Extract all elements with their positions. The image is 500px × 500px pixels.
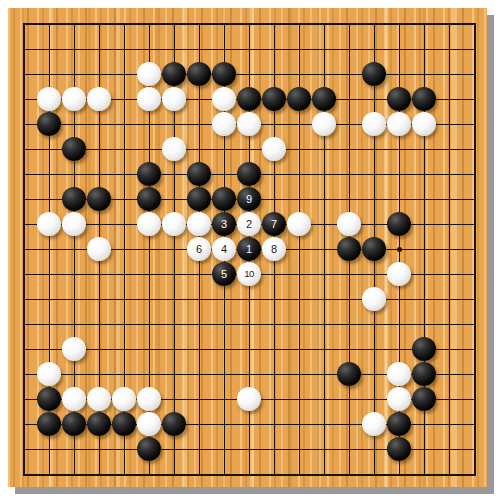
stone-white xyxy=(387,112,411,136)
stone-white xyxy=(212,112,236,136)
stone-black xyxy=(212,187,236,211)
stone-black xyxy=(37,112,61,136)
move-number: 7 xyxy=(271,219,277,230)
stone-black xyxy=(387,212,411,236)
stone-white xyxy=(362,412,386,436)
stone-black xyxy=(237,162,261,186)
stone-black xyxy=(137,162,161,186)
stone-white xyxy=(137,387,161,411)
stone-black-move-3: 3 xyxy=(212,212,236,236)
stone-black xyxy=(412,87,436,111)
stone-white xyxy=(37,87,61,111)
stone-black xyxy=(237,87,261,111)
stone-black-move-7: 7 xyxy=(262,212,286,236)
stone-white xyxy=(137,62,161,86)
stone-white xyxy=(137,87,161,111)
move-number: 4 xyxy=(221,244,227,255)
stone-black xyxy=(162,62,186,86)
stone-white xyxy=(237,112,261,136)
stone-white xyxy=(37,362,61,386)
stone-black-move-1: 1 xyxy=(237,237,261,261)
stone-white xyxy=(212,87,236,111)
stone-black xyxy=(212,62,236,86)
stone-black-move-5: 5 xyxy=(212,262,236,286)
stone-white xyxy=(62,87,86,111)
stone-black xyxy=(37,387,61,411)
stone-black xyxy=(137,437,161,461)
stone-white xyxy=(37,212,61,236)
stone-white xyxy=(362,287,386,311)
stone-black xyxy=(412,337,436,361)
stone-black xyxy=(187,187,211,211)
stone-black xyxy=(37,412,61,436)
stone-white xyxy=(137,412,161,436)
stone-black xyxy=(287,87,311,111)
stone-black xyxy=(362,62,386,86)
go-diagram: 93276418510 xyxy=(0,0,500,500)
go-board[interactable]: 93276418510 xyxy=(8,8,487,487)
stone-white xyxy=(62,337,86,361)
stone-white-move-10: 10 xyxy=(237,262,261,286)
stones-layer: 93276418510 xyxy=(12,12,487,487)
move-number: 9 xyxy=(246,194,252,205)
stone-white xyxy=(137,212,161,236)
stone-white-move-8: 8 xyxy=(262,237,286,261)
stone-black xyxy=(62,187,86,211)
stone-white xyxy=(387,387,411,411)
stone-black-move-9: 9 xyxy=(237,187,261,211)
stone-white-move-2: 2 xyxy=(237,212,261,236)
stone-white xyxy=(87,387,111,411)
stone-black xyxy=(162,412,186,436)
move-number: 5 xyxy=(221,269,227,280)
stone-white xyxy=(87,237,111,261)
stone-black xyxy=(112,412,136,436)
stone-white xyxy=(187,212,211,236)
stone-black xyxy=(87,187,111,211)
stone-black xyxy=(87,412,111,436)
stone-black xyxy=(187,162,211,186)
move-number: 2 xyxy=(246,219,252,230)
stone-black xyxy=(187,62,211,86)
stone-white xyxy=(337,212,361,236)
stone-white xyxy=(162,87,186,111)
stone-white xyxy=(162,137,186,161)
stone-black xyxy=(62,412,86,436)
stone-black xyxy=(262,87,286,111)
stone-black xyxy=(312,87,336,111)
move-number: 1 xyxy=(246,244,252,255)
stone-black xyxy=(387,87,411,111)
stone-white xyxy=(162,212,186,236)
stone-white xyxy=(287,212,311,236)
stone-white xyxy=(62,212,86,236)
stone-white xyxy=(262,137,286,161)
move-number: 8 xyxy=(271,244,277,255)
stone-black xyxy=(387,437,411,461)
stone-white-move-4: 4 xyxy=(212,237,236,261)
stone-black xyxy=(412,387,436,411)
stone-white xyxy=(112,387,136,411)
stone-white xyxy=(87,87,111,111)
stone-black xyxy=(337,362,361,386)
move-number: 3 xyxy=(221,219,227,230)
stone-black xyxy=(62,137,86,161)
stone-white xyxy=(387,262,411,286)
stone-white xyxy=(237,387,261,411)
stone-black xyxy=(387,412,411,436)
move-number: 6 xyxy=(196,244,202,255)
stone-white xyxy=(312,112,336,136)
stone-black xyxy=(412,362,436,386)
stone-black xyxy=(362,237,386,261)
stone-white xyxy=(412,112,436,136)
stone-black xyxy=(337,237,361,261)
move-number: 10 xyxy=(244,269,254,279)
stone-white xyxy=(387,362,411,386)
stone-white xyxy=(362,112,386,136)
stone-white-move-6: 6 xyxy=(187,237,211,261)
stone-white xyxy=(62,387,86,411)
stone-black xyxy=(137,187,161,211)
